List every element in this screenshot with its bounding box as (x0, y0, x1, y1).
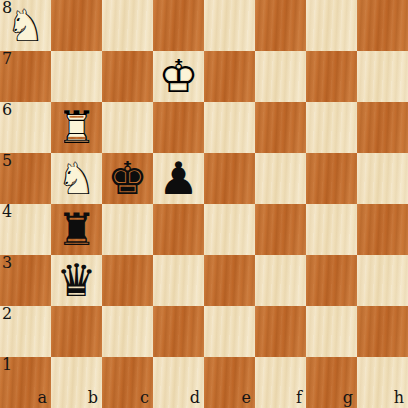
square-e8[interactable] (204, 0, 255, 51)
square-a6[interactable]: 6 (0, 102, 51, 153)
square-b3[interactable]: ♛ (51, 255, 102, 306)
file-label-c: c (140, 390, 149, 406)
square-a3[interactable]: 3 (0, 255, 51, 306)
square-e3[interactable] (204, 255, 255, 306)
chess-board: 8♞♘7♚♔6♜♖5♞♘♚♟4♜3♛21abcdefgh (0, 0, 408, 408)
square-a1[interactable]: 1a (0, 357, 51, 408)
square-b8[interactable] (51, 0, 102, 51)
square-g1[interactable]: g (306, 357, 357, 408)
square-d4[interactable] (153, 204, 204, 255)
square-c8[interactable] (102, 0, 153, 51)
square-c4[interactable] (102, 204, 153, 255)
file-label-d: d (190, 390, 200, 406)
file-label-h: h (394, 390, 404, 406)
square-h5[interactable] (357, 153, 408, 204)
file-label-e: e (242, 390, 251, 406)
square-d8[interactable] (153, 0, 204, 51)
square-f1[interactable]: f (255, 357, 306, 408)
square-h6[interactable] (357, 102, 408, 153)
file-label-f: f (296, 390, 302, 406)
piece-black-pawn[interactable]: ♟ (153, 153, 204, 204)
square-a7[interactable]: 7 (0, 51, 51, 102)
piece-white-rook[interactable]: ♖ (51, 102, 102, 153)
rank-label-4: 4 (2, 204, 12, 221)
square-b4[interactable]: ♜ (51, 204, 102, 255)
piece-white-knight[interactable]: ♘ (51, 153, 102, 204)
square-e6[interactable] (204, 102, 255, 153)
square-d1[interactable]: d (153, 357, 204, 408)
square-f4[interactable] (255, 204, 306, 255)
square-h1[interactable]: h (357, 357, 408, 408)
square-e5[interactable] (204, 153, 255, 204)
square-c7[interactable] (102, 51, 153, 102)
rank-label-8: 8 (2, 0, 12, 17)
square-d2[interactable] (153, 306, 204, 357)
square-b5[interactable]: ♞♘ (51, 153, 102, 204)
square-d3[interactable] (153, 255, 204, 306)
square-b6[interactable]: ♜♖ (51, 102, 102, 153)
square-f8[interactable] (255, 0, 306, 51)
square-d7[interactable]: ♚♔ (153, 51, 204, 102)
square-h4[interactable] (357, 204, 408, 255)
square-f6[interactable] (255, 102, 306, 153)
square-f7[interactable] (255, 51, 306, 102)
rank-label-1: 1 (2, 357, 12, 374)
square-d6[interactable] (153, 102, 204, 153)
square-f2[interactable] (255, 306, 306, 357)
square-c2[interactable] (102, 306, 153, 357)
square-g5[interactable] (306, 153, 357, 204)
rank-label-6: 6 (2, 102, 12, 119)
square-f3[interactable] (255, 255, 306, 306)
file-label-g: g (343, 390, 353, 406)
rank-label-5: 5 (2, 153, 12, 170)
square-g4[interactable] (306, 204, 357, 255)
square-a4[interactable]: 4 (0, 204, 51, 255)
square-h7[interactable] (357, 51, 408, 102)
square-c5[interactable]: ♚ (102, 153, 153, 204)
rank-label-7: 7 (2, 51, 12, 68)
square-h8[interactable] (357, 0, 408, 51)
square-g2[interactable] (306, 306, 357, 357)
square-h3[interactable] (357, 255, 408, 306)
square-e2[interactable] (204, 306, 255, 357)
square-e4[interactable] (204, 204, 255, 255)
piece-black-king[interactable]: ♚ (102, 153, 153, 204)
square-a2[interactable]: 2 (0, 306, 51, 357)
square-g7[interactable] (306, 51, 357, 102)
square-b1[interactable]: b (51, 357, 102, 408)
square-c3[interactable] (102, 255, 153, 306)
rank-label-2: 2 (2, 306, 12, 323)
square-b7[interactable] (51, 51, 102, 102)
square-d5[interactable]: ♟ (153, 153, 204, 204)
square-g8[interactable] (306, 0, 357, 51)
piece-white-king[interactable]: ♔ (153, 51, 204, 102)
square-e1[interactable]: e (204, 357, 255, 408)
square-b2[interactable] (51, 306, 102, 357)
square-a5[interactable]: 5 (0, 153, 51, 204)
square-c6[interactable] (102, 102, 153, 153)
square-h2[interactable] (357, 306, 408, 357)
square-g6[interactable] (306, 102, 357, 153)
square-f5[interactable] (255, 153, 306, 204)
piece-black-queen[interactable]: ♛ (51, 255, 102, 306)
square-e7[interactable] (204, 51, 255, 102)
piece-black-rook[interactable]: ♜ (51, 204, 102, 255)
file-label-a: a (37, 390, 47, 406)
square-a8[interactable]: 8♞♘ (0, 0, 51, 51)
file-label-b: b (88, 390, 98, 406)
rank-label-3: 3 (2, 255, 12, 272)
square-c1[interactable]: c (102, 357, 153, 408)
square-g3[interactable] (306, 255, 357, 306)
chess-board-grid: 8♞♘7♚♔6♜♖5♞♘♚♟4♜3♛21abcdefgh (0, 0, 408, 408)
